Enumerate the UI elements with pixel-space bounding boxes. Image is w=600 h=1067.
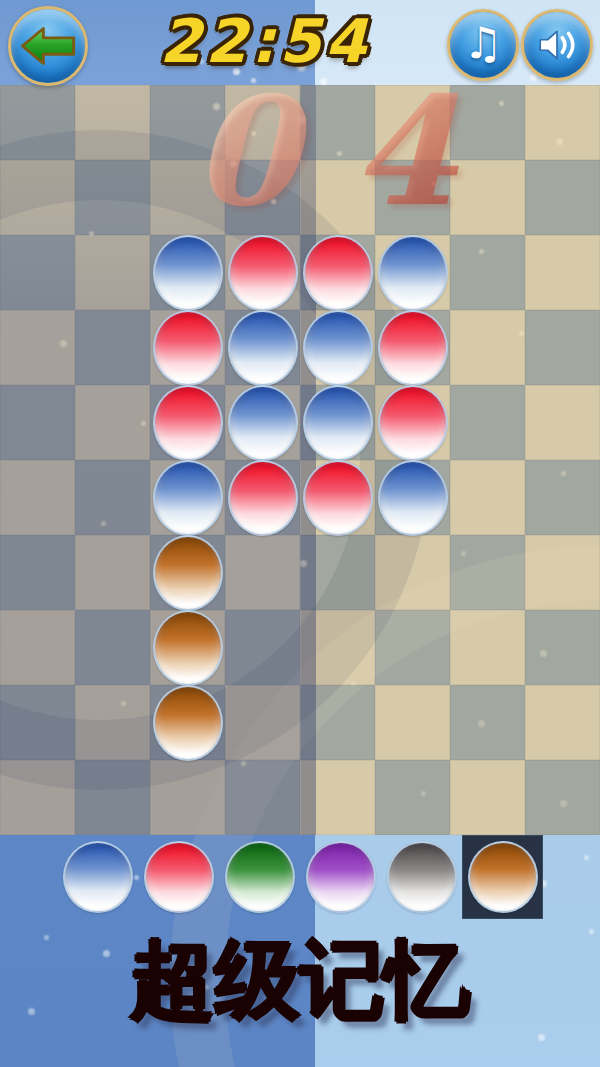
board-cell-r5c6[interactable] [450, 460, 525, 535]
header-bar: 22:54 ♫ [0, 0, 600, 85]
board-cell-r0c5[interactable] [375, 85, 450, 160]
blue-piece [228, 310, 298, 386]
palette-slot-orange[interactable] [462, 835, 543, 919]
palette-ball-orange [468, 841, 538, 913]
board-cell-r3c6[interactable] [450, 310, 525, 385]
board-cell-r1c7[interactable] [525, 160, 600, 235]
red-piece [378, 310, 448, 386]
orange-piece [153, 610, 223, 686]
red-piece [153, 385, 223, 461]
board-cell-r0c7[interactable] [525, 85, 600, 160]
board-cell-r1c5[interactable] [375, 160, 450, 235]
red-piece [303, 235, 373, 311]
palette-slot-blue[interactable] [57, 835, 138, 919]
red-piece [228, 235, 298, 311]
sound-button[interactable] [521, 9, 593, 81]
board-cell-r0c3[interactable] [225, 85, 300, 160]
music-button[interactable]: ♫ [447, 9, 519, 81]
palette-ball-gray [387, 841, 457, 913]
red-piece [153, 310, 223, 386]
palette-ball-green [225, 841, 295, 913]
palette-slot-purple[interactable] [300, 835, 381, 919]
red-piece [303, 460, 373, 536]
palette-slot-green[interactable] [219, 835, 300, 919]
back-arrow-icon [20, 25, 76, 67]
game-title: 超级记忆 [0, 932, 600, 1027]
blue-piece [303, 310, 373, 386]
board-cell-r2c6[interactable] [450, 235, 525, 310]
palette-slot-gray[interactable] [381, 835, 462, 919]
palette-ball-blue [63, 841, 133, 913]
blue-piece [153, 460, 223, 536]
red-piece [378, 385, 448, 461]
blue-piece [378, 460, 448, 536]
board-cell-r3c7[interactable] [525, 310, 600, 385]
palette-ball-purple [306, 841, 376, 913]
speaker-icon [536, 27, 578, 63]
board-cell-r0c6[interactable] [450, 85, 525, 160]
blue-piece [303, 385, 373, 461]
blue-piece [153, 235, 223, 311]
board-cell-r0c4[interactable] [300, 85, 375, 160]
back-button[interactable] [8, 6, 88, 86]
blue-piece [378, 235, 448, 311]
board-cell-r4c7[interactable] [525, 385, 600, 460]
board-cell-r1c6[interactable] [450, 160, 525, 235]
timer-display: 22:54 [155, 10, 375, 72]
color-palette-tray [0, 835, 600, 923]
music-note-icon: ♫ [463, 21, 502, 65]
board-cell-r4c6[interactable] [450, 385, 525, 460]
board-cell-r5c7[interactable] [525, 460, 600, 535]
palette-slot-red[interactable] [138, 835, 219, 919]
orange-piece [153, 685, 223, 761]
palette-ball-red [144, 841, 214, 913]
game-screen: 22:54 ♫ 04 超级记忆 [0, 0, 600, 1067]
board-cell-r2c7[interactable] [525, 235, 600, 310]
red-piece [228, 460, 298, 536]
orange-piece [153, 535, 223, 611]
blue-piece [228, 385, 298, 461]
